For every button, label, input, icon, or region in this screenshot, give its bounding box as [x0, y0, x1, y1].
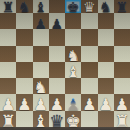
square-h3[interactable] — [114, 78, 130, 94]
square-b8[interactable]: ♞ — [16, 0, 32, 13]
square-d5[interactable] — [49, 46, 65, 62]
black-rook-a8[interactable]: ♜ — [2, 0, 15, 14]
square-d3[interactable] — [49, 78, 65, 94]
square-d1[interactable]: ♛ — [49, 111, 65, 127]
square-e7[interactable] — [65, 13, 81, 29]
square-h8[interactable]: ♜ — [114, 0, 130, 13]
square-c5[interactable] — [33, 46, 49, 62]
square-h1[interactable]: ♜ — [114, 111, 130, 127]
square-h5[interactable] — [114, 46, 130, 62]
square-e2[interactable]: ♟ — [65, 94, 81, 110]
square-h4[interactable] — [114, 62, 130, 78]
square-b6[interactable] — [16, 29, 32, 45]
chess-board: ♜♞♝♚♛♞♜♟♟♞♝♞♟♟♟♟♟♟♟♟♜♝♛♚♜ — [0, 0, 130, 130]
square-d6[interactable] — [49, 29, 65, 45]
square-e6[interactable] — [65, 29, 81, 45]
square-g8[interactable]: ♞ — [98, 0, 114, 13]
square-a4[interactable] — [0, 62, 16, 78]
square-e4[interactable]: ♝ — [65, 62, 81, 78]
black-bishop-c8[interactable]: ♝ — [34, 0, 47, 14]
square-c1[interactable]: ♝ — [33, 111, 49, 127]
square-a3[interactable] — [0, 78, 16, 94]
square-b1[interactable] — [16, 111, 32, 127]
square-b3[interactable] — [16, 78, 32, 94]
white-queen-f8[interactable]: ♛ — [83, 0, 96, 14]
white-king-e1[interactable]: ♚ — [66, 113, 81, 130]
square-d7[interactable]: ♟ — [49, 13, 65, 29]
square-c7[interactable]: ♟ — [33, 13, 49, 29]
square-g3[interactable] — [98, 78, 114, 94]
square-b2[interactable]: ♟ — [16, 94, 32, 110]
square-h2[interactable]: ♟ — [114, 94, 130, 110]
square-g1[interactable] — [98, 111, 114, 127]
square-c2[interactable]: ♟ — [33, 94, 49, 110]
black-rook-h8[interactable]: ♜ — [116, 0, 129, 14]
square-c4[interactable] — [33, 62, 49, 78]
square-h6[interactable] — [114, 29, 130, 45]
white-rook-h1[interactable]: ♜ — [114, 113, 129, 130]
square-f8[interactable]: ♛ — [81, 0, 97, 13]
square-e1[interactable]: ♚ — [65, 111, 81, 127]
white-bishop-c1[interactable]: ♝ — [33, 113, 48, 130]
square-g7[interactable] — [98, 13, 114, 29]
square-c8[interactable]: ♝ — [33, 0, 49, 13]
square-f2[interactable]: ♟ — [81, 94, 97, 110]
square-g4[interactable] — [98, 62, 114, 78]
square-a5[interactable] — [0, 46, 16, 62]
square-e8[interactable]: ♚ — [65, 0, 81, 13]
square-f6[interactable] — [81, 29, 97, 45]
square-g6[interactable] — [98, 29, 114, 45]
square-b5[interactable] — [16, 46, 32, 62]
square-g5[interactable] — [98, 46, 114, 62]
square-a2[interactable]: ♟ — [0, 94, 16, 110]
square-a7[interactable] — [0, 13, 16, 29]
square-b7[interactable] — [16, 13, 32, 29]
square-d4[interactable] — [49, 62, 65, 78]
black-king-e8[interactable]: ♚ — [67, 0, 80, 14]
square-e5[interactable]: ♞ — [65, 46, 81, 62]
square-a6[interactable] — [0, 29, 16, 45]
square-b4[interactable] — [16, 62, 32, 78]
square-a8[interactable]: ♜ — [0, 0, 16, 13]
square-d2[interactable]: ♟ — [49, 94, 65, 110]
square-c6[interactable] — [33, 29, 49, 45]
square-g2[interactable]: ♟ — [98, 94, 114, 110]
square-f4[interactable] — [81, 62, 97, 78]
square-f7[interactable] — [81, 13, 97, 29]
square-f1[interactable] — [81, 111, 97, 127]
square-f5[interactable] — [81, 46, 97, 62]
square-h7[interactable] — [114, 13, 130, 29]
board-grid: ♜♞♝♚♛♞♜♟♟♞♝♞♟♟♟♟♟♟♟♟♜♝♛♚♜ — [0, 0, 130, 127]
black-knight-b8[interactable]: ♞ — [18, 0, 31, 14]
square-e3[interactable] — [65, 78, 81, 94]
square-d8[interactable] — [49, 0, 65, 13]
white-rook-a1[interactable]: ♜ — [1, 113, 16, 130]
square-f3[interactable] — [81, 78, 97, 94]
square-a1[interactable]: ♜ — [0, 111, 16, 127]
black-queen-d1[interactable]: ♛ — [49, 113, 64, 130]
square-c3[interactable]: ♞ — [33, 78, 49, 94]
black-knight-g8[interactable]: ♞ — [99, 0, 112, 14]
